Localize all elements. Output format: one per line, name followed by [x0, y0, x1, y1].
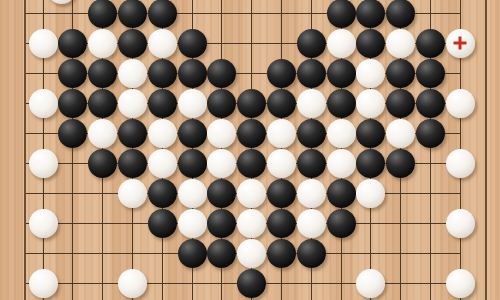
white-stone [237, 239, 266, 268]
black-stone [178, 29, 207, 58]
black-stone [58, 119, 87, 148]
white-stone [88, 29, 117, 58]
black-stone [178, 59, 207, 88]
white-stone [178, 179, 207, 208]
white-stone [29, 149, 58, 178]
white-stone [118, 269, 147, 298]
black-stone [237, 89, 266, 118]
black-stone [88, 89, 117, 118]
black-stone [327, 0, 356, 28]
black-stone [207, 209, 236, 238]
black-stone [118, 29, 147, 58]
white-stone [356, 269, 385, 298]
black-stone [237, 269, 266, 298]
black-stone [297, 149, 326, 178]
black-stone [148, 89, 177, 118]
black-stone [356, 29, 385, 58]
black-stone [58, 89, 87, 118]
black-stone [88, 149, 117, 178]
white-stone [148, 119, 177, 148]
white-stone [118, 89, 147, 118]
white-stone [178, 209, 207, 238]
white-stone [446, 89, 475, 118]
white-stone [446, 269, 475, 298]
white-stone [327, 149, 356, 178]
last-move-marker [454, 37, 467, 50]
black-stone [416, 119, 445, 148]
black-stone [416, 59, 445, 88]
white-stone [148, 149, 177, 178]
white-stone [327, 29, 356, 58]
white-stone [29, 29, 58, 58]
black-stone [207, 89, 236, 118]
white-stone [446, 149, 475, 178]
black-stone [297, 29, 326, 58]
black-stone [327, 89, 356, 118]
white-stone [148, 29, 177, 58]
white-stone [207, 119, 236, 148]
white-stone [446, 29, 475, 58]
black-stone [327, 59, 356, 88]
white-stone [297, 179, 326, 208]
white-stone [267, 149, 296, 178]
black-stone [416, 29, 445, 58]
black-stone [297, 59, 326, 88]
black-stone [178, 119, 207, 148]
black-stone [118, 0, 147, 28]
white-stone [297, 89, 326, 118]
black-stone [148, 0, 177, 28]
white-stone [29, 89, 58, 118]
black-stone [237, 119, 266, 148]
white-stone [237, 179, 266, 208]
black-stone [386, 149, 415, 178]
black-stone [267, 179, 296, 208]
black-stone [178, 239, 207, 268]
black-stone [386, 89, 415, 118]
white-stone [237, 209, 266, 238]
black-stone [207, 239, 236, 268]
black-stone [118, 119, 147, 148]
black-stone [267, 89, 296, 118]
white-stone [178, 89, 207, 118]
black-stone [386, 0, 415, 28]
black-stone [88, 59, 117, 88]
black-stone [58, 29, 87, 58]
black-stone [356, 149, 385, 178]
black-stone [148, 59, 177, 88]
white-stone [297, 209, 326, 238]
white-stone [118, 179, 147, 208]
black-stone [148, 209, 177, 238]
black-stone [297, 239, 326, 268]
black-stone [416, 89, 445, 118]
black-stone [88, 0, 117, 28]
white-stone [356, 89, 385, 118]
black-stone [356, 0, 385, 28]
white-stone [267, 119, 296, 148]
white-stone [29, 209, 58, 238]
black-stone [267, 59, 296, 88]
black-stone [327, 209, 356, 238]
partial-stone-top-edge [47, 0, 76, 4]
white-stone [446, 209, 475, 238]
white-stone [207, 149, 236, 178]
white-stone [29, 269, 58, 298]
white-stone [356, 179, 385, 208]
white-stone [327, 119, 356, 148]
black-stone [327, 179, 356, 208]
white-stone [386, 29, 415, 58]
white-stone [88, 119, 117, 148]
white-stone [386, 119, 415, 148]
black-stone [207, 179, 236, 208]
black-stone [267, 239, 296, 268]
black-stone [118, 149, 147, 178]
black-stone [237, 149, 266, 178]
black-stone [267, 209, 296, 238]
black-stone [148, 179, 177, 208]
go-board[interactable] [0, 0, 500, 300]
black-stone [297, 119, 326, 148]
board-edge-left [24, 0, 26, 300]
black-stone [356, 119, 385, 148]
black-stone [386, 59, 415, 88]
black-stone [207, 59, 236, 88]
white-stone [356, 59, 385, 88]
black-stone [178, 149, 207, 178]
white-stone [118, 59, 147, 88]
board-edge-right [485, 0, 487, 300]
black-stone [58, 59, 87, 88]
